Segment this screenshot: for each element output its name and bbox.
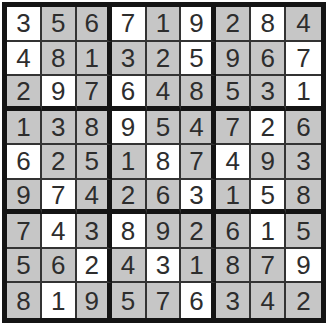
sudoku-cell-r2c1: 4 bbox=[7, 42, 42, 77]
sudoku-cell-r1c1: 3 bbox=[7, 7, 42, 42]
sudoku-cell-r1c5: 1 bbox=[147, 7, 182, 42]
sudoku-cell-r6c3: 4 bbox=[77, 180, 112, 215]
sudoku-cell-r9c7: 3 bbox=[216, 283, 251, 318]
sudoku-cell-r5c8: 9 bbox=[251, 145, 286, 180]
sudoku-cell-r6c1: 9 bbox=[7, 180, 42, 215]
sudoku-cell-r5c2: 2 bbox=[42, 145, 77, 180]
sudoku-cell-r1c4: 7 bbox=[112, 7, 147, 42]
sudoku-cell-r6c6: 3 bbox=[181, 180, 216, 215]
sudoku-cell-r2c8: 6 bbox=[251, 42, 286, 77]
sudoku-cell-r7c6: 2 bbox=[181, 214, 216, 249]
sudoku-cell-r7c2: 4 bbox=[42, 214, 77, 249]
sudoku-cell-r1c2: 5 bbox=[42, 7, 77, 42]
sudoku-cell-r6c7: 1 bbox=[216, 180, 251, 215]
sudoku-cell-r8c3: 2 bbox=[77, 249, 112, 284]
sudoku-cell-r6c2: 7 bbox=[42, 180, 77, 215]
sudoku-cell-r3c4: 6 bbox=[112, 76, 147, 111]
sudoku-cell-r3c6: 8 bbox=[181, 76, 216, 111]
sudoku-cell-r8c5: 3 bbox=[147, 249, 182, 284]
sudoku-cell-r9c3: 9 bbox=[77, 283, 112, 318]
sudoku-cell-r7c7: 6 bbox=[216, 214, 251, 249]
sudoku-cell-r8c9: 9 bbox=[286, 249, 321, 284]
sudoku-cell-r4c4: 9 bbox=[112, 111, 147, 146]
sudoku-cell-r5c4: 1 bbox=[112, 145, 147, 180]
sudoku-cell-r9c1: 8 bbox=[7, 283, 42, 318]
sudoku-cell-r4c9: 6 bbox=[286, 111, 321, 146]
sudoku-cell-r5c5: 8 bbox=[147, 145, 182, 180]
sudoku-cell-r9c8: 4 bbox=[251, 283, 286, 318]
sudoku-cell-r7c5: 9 bbox=[147, 214, 182, 249]
sudoku-cell-r3c9: 1 bbox=[286, 76, 321, 111]
sudoku-cell-r6c4: 2 bbox=[112, 180, 147, 215]
sudoku-cell-r1c9: 4 bbox=[286, 7, 321, 42]
sudoku-cell-r4c3: 8 bbox=[77, 111, 112, 146]
sudoku-cell-r9c4: 5 bbox=[112, 283, 147, 318]
sudoku-cell-r9c5: 7 bbox=[147, 283, 182, 318]
sudoku-cell-r8c7: 8 bbox=[216, 249, 251, 284]
sudoku-cell-r9c6: 6 bbox=[181, 283, 216, 318]
sudoku-cell-r9c9: 2 bbox=[286, 283, 321, 318]
sudoku-cell-r5c1: 6 bbox=[7, 145, 42, 180]
sudoku-cell-r7c3: 3 bbox=[77, 214, 112, 249]
sudoku-cell-r8c1: 5 bbox=[7, 249, 42, 284]
sudoku-cell-r4c8: 2 bbox=[251, 111, 286, 146]
sudoku-cell-r6c9: 8 bbox=[286, 180, 321, 215]
sudoku-cell-r1c6: 9 bbox=[181, 7, 216, 42]
sudoku-cell-r4c1: 1 bbox=[7, 111, 42, 146]
sudoku-cell-r1c8: 8 bbox=[251, 7, 286, 42]
sudoku-cell-r7c8: 1 bbox=[251, 214, 286, 249]
sudoku-cell-r3c3: 7 bbox=[77, 76, 112, 111]
sudoku-cell-r8c2: 6 bbox=[42, 249, 77, 284]
sudoku-cell-r1c3: 6 bbox=[77, 7, 112, 42]
sudoku-cell-r2c3: 1 bbox=[77, 42, 112, 77]
sudoku-cell-r8c6: 1 bbox=[181, 249, 216, 284]
sudoku-cell-r6c8: 5 bbox=[251, 180, 286, 215]
sudoku-cell-r7c1: 7 bbox=[7, 214, 42, 249]
sudoku-cell-r8c4: 4 bbox=[112, 249, 147, 284]
sudoku-cell-r2c2: 8 bbox=[42, 42, 77, 77]
sudoku-cell-r7c4: 8 bbox=[112, 214, 147, 249]
sudoku-cell-r4c6: 4 bbox=[181, 111, 216, 146]
sudoku-cell-r3c2: 9 bbox=[42, 76, 77, 111]
sudoku-cell-r2c7: 9 bbox=[216, 42, 251, 77]
sudoku-cell-r2c6: 5 bbox=[181, 42, 216, 77]
sudoku-cell-r2c9: 7 bbox=[286, 42, 321, 77]
sudoku-cell-r3c7: 5 bbox=[216, 76, 251, 111]
sudoku-cell-r5c7: 4 bbox=[216, 145, 251, 180]
sudoku-page: 3567192844813259672976485311389547266251… bbox=[0, 0, 329, 336]
sudoku-cell-r8c8: 7 bbox=[251, 249, 286, 284]
sudoku-cell-r3c8: 3 bbox=[251, 76, 286, 111]
sudoku-cell-r5c6: 7 bbox=[181, 145, 216, 180]
sudoku-cell-r4c2: 3 bbox=[42, 111, 77, 146]
sudoku-cell-r5c9: 3 bbox=[286, 145, 321, 180]
sudoku-cell-r9c2: 1 bbox=[42, 283, 77, 318]
sudoku-cell-r3c5: 4 bbox=[147, 76, 182, 111]
sudoku-cell-r4c5: 5 bbox=[147, 111, 182, 146]
sudoku-cell-r7c9: 5 bbox=[286, 214, 321, 249]
sudoku-cell-r4c7: 7 bbox=[216, 111, 251, 146]
sudoku-cell-r6c5: 6 bbox=[147, 180, 182, 215]
sudoku-cell-r2c5: 2 bbox=[147, 42, 182, 77]
sudoku-cell-r2c4: 3 bbox=[112, 42, 147, 77]
sudoku-cell-r1c7: 2 bbox=[216, 7, 251, 42]
sudoku-cell-r5c3: 5 bbox=[77, 145, 112, 180]
sudoku-cell-r3c1: 2 bbox=[7, 76, 42, 111]
sudoku-board: 3567192844813259672976485311389547266251… bbox=[2, 2, 326, 323]
